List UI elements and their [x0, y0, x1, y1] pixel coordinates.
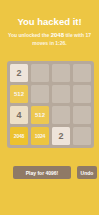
empty-cell [52, 85, 70, 103]
tile-512: 512 [31, 106, 49, 124]
tile-2048: 2048 [10, 127, 28, 145]
unlocked-tile-value: 2048 [51, 32, 64, 38]
empty-cell [31, 85, 49, 103]
empty-cell [52, 64, 70, 82]
empty-cell [73, 64, 91, 82]
subtitle-text-line2: moves in 1:26. [32, 40, 66, 46]
tile-2: 2 [10, 64, 28, 82]
action-bar: Play for 4096! Undo [0, 166, 99, 179]
game-screen: You hacked it! You unlocked the 2048 til… [0, 0, 99, 215]
win-title: You hacked it! [0, 0, 99, 27]
empty-cell [52, 106, 70, 124]
undo-button[interactable]: Undo [77, 166, 97, 179]
win-subtitle: You unlocked the 2048 tile with 17moves … [5, 31, 95, 48]
empty-cell [31, 64, 49, 82]
subtitle-text-suffix: tile with 17 [64, 32, 91, 38]
tile-512: 512 [10, 85, 28, 103]
play-next-button[interactable]: Play for 4096! [13, 166, 71, 179]
empty-cell [73, 106, 91, 124]
tile-4: 4 [10, 106, 28, 124]
empty-cell [73, 127, 91, 145]
tile-2: 2 [52, 127, 70, 145]
empty-cell [73, 85, 91, 103]
subtitle-text-prefix: You unlocked the [8, 32, 51, 38]
board-grid: 25124512204810242 [7, 61, 94, 148]
tile-1024: 1024 [31, 127, 49, 145]
